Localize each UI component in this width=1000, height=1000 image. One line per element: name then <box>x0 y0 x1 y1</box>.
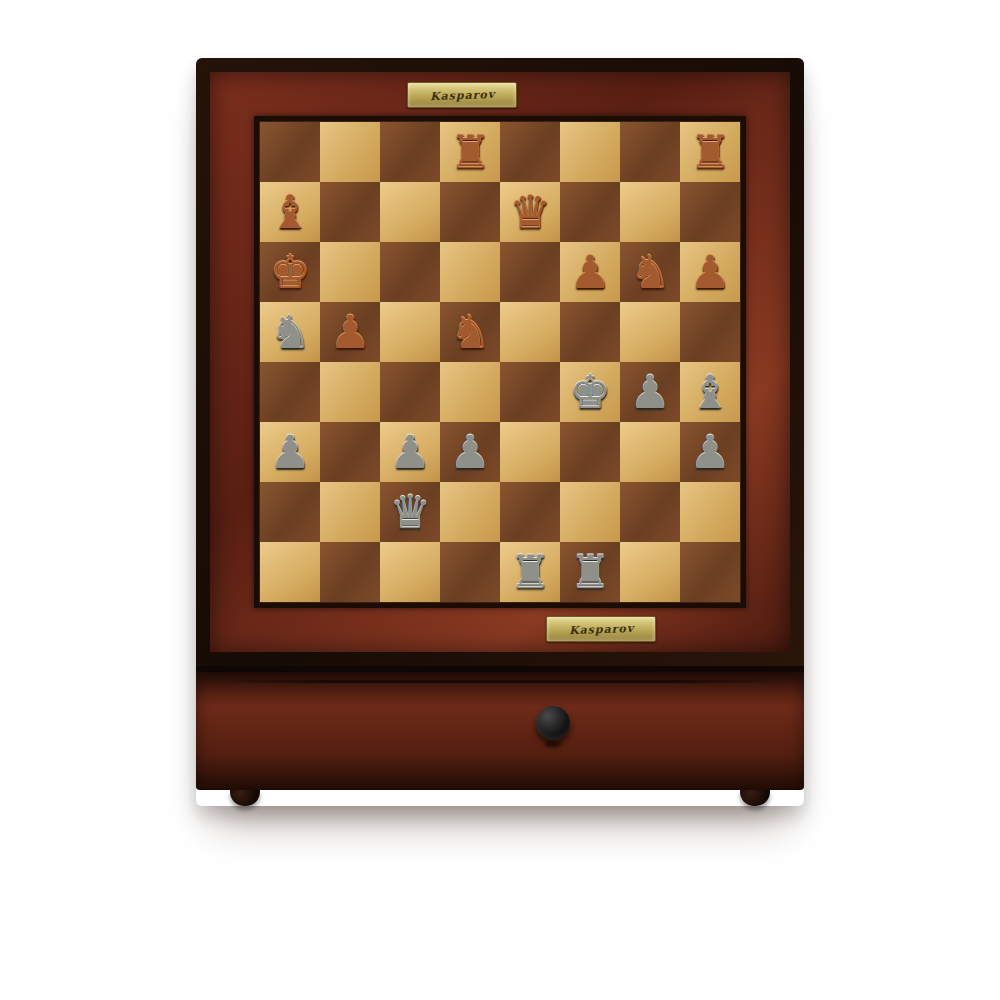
board-square-a8[interactable] <box>260 122 320 182</box>
piece-pewter-pawn[interactable]: ♟ <box>629 369 670 415</box>
board-square-d4[interactable] <box>440 362 500 422</box>
board-square-b8[interactable] <box>320 122 380 182</box>
board-square-h7[interactable] <box>680 182 740 242</box>
drawer-groove <box>214 680 786 683</box>
board-square-h1[interactable] <box>680 542 740 602</box>
piece-copper-bishop[interactable]: ♝ <box>269 189 310 235</box>
board-square-e3[interactable] <box>500 422 560 482</box>
board-square-f5[interactable] <box>560 302 620 362</box>
board-square-d5[interactable]: ♞ <box>440 302 500 362</box>
board-square-g8[interactable] <box>620 122 680 182</box>
feet-row <box>196 790 804 806</box>
piece-copper-pawn[interactable]: ♟ <box>329 309 370 355</box>
board-square-d3[interactable]: ♟ <box>440 422 500 482</box>
brass-plaque-far: Kasparov <box>407 82 517 108</box>
mahogany-rail: Kasparov ♜♜♝♛♚♟♞♟♞♟♞♚♟♝♟♟♟♟♛♜♜ Kasparov <box>210 72 790 652</box>
piece-copper-knight[interactable]: ♞ <box>629 249 670 295</box>
board-square-h6[interactable]: ♟ <box>680 242 740 302</box>
brass-plaque-near: Kasparov <box>546 616 656 642</box>
box-top-molding: Kasparov ♜♜♝♛♚♟♞♟♞♟♞♚♟♝♟♟♟♟♛♜♜ Kasparov <box>196 58 804 666</box>
board-square-c7[interactable] <box>380 182 440 242</box>
board-square-g5[interactable] <box>620 302 680 362</box>
board-square-g6[interactable]: ♞ <box>620 242 680 302</box>
board-square-h4[interactable]: ♝ <box>680 362 740 422</box>
piece-pewter-knight[interactable]: ♞ <box>269 309 310 355</box>
board-square-c8[interactable] <box>380 122 440 182</box>
board-square-c3[interactable]: ♟ <box>380 422 440 482</box>
board-square-g3[interactable] <box>620 422 680 482</box>
board-square-h5[interactable] <box>680 302 740 362</box>
board-square-h3[interactable]: ♟ <box>680 422 740 482</box>
piece-pewter-rook[interactable]: ♜ <box>509 549 550 595</box>
board-square-b7[interactable] <box>320 182 380 242</box>
board-square-f7[interactable] <box>560 182 620 242</box>
board-square-b4[interactable] <box>320 362 380 422</box>
board-square-h8[interactable]: ♜ <box>680 122 740 182</box>
board-square-g7[interactable] <box>620 182 680 242</box>
piece-pewter-pawn[interactable]: ♟ <box>269 429 310 475</box>
board-square-d2[interactable] <box>440 482 500 542</box>
board-square-g2[interactable] <box>620 482 680 542</box>
board-square-a5[interactable]: ♞ <box>260 302 320 362</box>
board-square-e4[interactable] <box>500 362 560 422</box>
board-square-d6[interactable] <box>440 242 500 302</box>
board-square-e1[interactable]: ♜ <box>500 542 560 602</box>
signature-text-near: Kasparov <box>569 621 635 636</box>
board-square-e2[interactable] <box>500 482 560 542</box>
piece-pewter-rook[interactable]: ♜ <box>569 549 610 595</box>
board-square-f6[interactable]: ♟ <box>560 242 620 302</box>
board-square-f2[interactable] <box>560 482 620 542</box>
board-square-f8[interactable] <box>560 122 620 182</box>
board-square-e8[interactable] <box>500 122 560 182</box>
piece-copper-knight[interactable]: ♞ <box>449 309 490 355</box>
board-square-a6[interactable]: ♚ <box>260 242 320 302</box>
signature-text-far: Kasparov <box>429 87 495 102</box>
bun-foot-left <box>230 790 260 806</box>
board-square-h2[interactable] <box>680 482 740 542</box>
board-square-a7[interactable]: ♝ <box>260 182 320 242</box>
board-square-e6[interactable] <box>500 242 560 302</box>
board-square-a4[interactable] <box>260 362 320 422</box>
chess-box: Kasparov ♜♜♝♛♚♟♞♟♞♟♞♚♟♝♟♟♟♟♛♜♜ Kasparov <box>196 58 804 806</box>
piece-copper-rook[interactable]: ♜ <box>449 129 490 175</box>
piece-pewter-pawn[interactable]: ♟ <box>389 429 430 475</box>
board-square-f1[interactable]: ♜ <box>560 542 620 602</box>
piece-copper-pawn[interactable]: ♟ <box>689 249 730 295</box>
piece-pewter-king[interactable]: ♚ <box>569 369 610 415</box>
piece-pewter-queen[interactable]: ♛ <box>389 489 430 535</box>
piece-copper-rook[interactable]: ♜ <box>689 129 730 175</box>
bun-foot-right <box>740 790 770 806</box>
board-square-g4[interactable]: ♟ <box>620 362 680 422</box>
board-square-f3[interactable] <box>560 422 620 482</box>
storage-drawer <box>196 666 804 790</box>
board-square-c6[interactable] <box>380 242 440 302</box>
board-square-c1[interactable] <box>380 542 440 602</box>
board-square-b1[interactable] <box>320 542 380 602</box>
product-stage: Kasparov ♜♜♝♛♚♟♞♟♞♟♞♚♟♝♟♟♟♟♛♜♜ Kasparov <box>196 58 804 806</box>
piece-pewter-pawn[interactable]: ♟ <box>449 429 490 475</box>
board-square-e5[interactable] <box>500 302 560 362</box>
piece-copper-king[interactable]: ♚ <box>269 249 310 295</box>
board-square-d1[interactable] <box>440 542 500 602</box>
board-square-d8[interactable]: ♜ <box>440 122 500 182</box>
board-square-a2[interactable] <box>260 482 320 542</box>
board-square-a1[interactable] <box>260 542 320 602</box>
board-square-c2[interactable]: ♛ <box>380 482 440 542</box>
board-square-b6[interactable] <box>320 242 380 302</box>
chess-board: ♜♜♝♛♚♟♞♟♞♟♞♚♟♝♟♟♟♟♛♜♜ <box>259 121 741 603</box>
board-square-c5[interactable] <box>380 302 440 362</box>
piece-pewter-bishop[interactable]: ♝ <box>689 369 730 415</box>
piece-pewter-pawn[interactable]: ♟ <box>689 429 730 475</box>
inner-trim: ♜♜♝♛♚♟♞♟♞♟♞♚♟♝♟♟♟♟♛♜♜ <box>254 116 746 608</box>
board-square-f4[interactable]: ♚ <box>560 362 620 422</box>
board-square-b5[interactable]: ♟ <box>320 302 380 362</box>
piece-copper-pawn[interactable]: ♟ <box>569 249 610 295</box>
piece-copper-queen[interactable]: ♛ <box>509 189 550 235</box>
board-square-e7[interactable]: ♛ <box>500 182 560 242</box>
board-square-b2[interactable] <box>320 482 380 542</box>
drawer-knob <box>536 706 570 740</box>
board-square-a3[interactable]: ♟ <box>260 422 320 482</box>
board-square-b3[interactable] <box>320 422 380 482</box>
board-square-d7[interactable] <box>440 182 500 242</box>
board-square-c4[interactable] <box>380 362 440 422</box>
board-square-g1[interactable] <box>620 542 680 602</box>
